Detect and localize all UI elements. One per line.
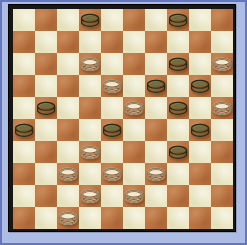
- dark-square[interactable]: ⛂: [79, 53, 101, 75]
- white-man[interactable]: ⛂: [80, 51, 100, 75]
- dark-square[interactable]: [123, 141, 145, 163]
- light-square: [145, 97, 167, 119]
- dark-square[interactable]: ⛂: [101, 163, 123, 185]
- light-square: [211, 207, 233, 229]
- white-man[interactable]: ⛂: [212, 95, 232, 119]
- black-man[interactable]: ⛂: [146, 73, 166, 97]
- light-square: [101, 9, 123, 31]
- dark-square[interactable]: [35, 9, 57, 31]
- white-man[interactable]: ⛂: [58, 205, 78, 229]
- white-man[interactable]: ⛂: [124, 95, 144, 119]
- light-square: [101, 185, 123, 207]
- dark-square[interactable]: ⛂: [167, 141, 189, 163]
- light-square: [189, 9, 211, 31]
- dark-square[interactable]: [35, 185, 57, 207]
- dark-square[interactable]: [57, 119, 79, 141]
- dark-square[interactable]: [35, 53, 57, 75]
- dark-square[interactable]: ⛂: [79, 9, 101, 31]
- light-square: [167, 207, 189, 229]
- light-square: [13, 185, 35, 207]
- light-square: [123, 119, 145, 141]
- dark-square[interactable]: [13, 75, 35, 97]
- dark-square[interactable]: ⛂: [101, 119, 123, 141]
- dark-square[interactable]: [189, 163, 211, 185]
- white-man[interactable]: ⛂: [124, 183, 144, 207]
- dark-square[interactable]: ⛂: [101, 75, 123, 97]
- dark-square[interactable]: ⛂: [167, 9, 189, 31]
- black-man[interactable]: ⛂: [168, 139, 188, 163]
- light-square: [189, 141, 211, 163]
- light-square: [211, 119, 233, 141]
- dark-square[interactable]: [13, 207, 35, 229]
- light-square: [145, 9, 167, 31]
- black-man[interactable]: ⛂: [36, 95, 56, 119]
- black-man[interactable]: ⛂: [14, 117, 34, 141]
- light-square: [35, 31, 57, 53]
- dark-square[interactable]: [13, 31, 35, 53]
- dark-square[interactable]: ⛂: [211, 97, 233, 119]
- dark-square[interactable]: [13, 163, 35, 185]
- dark-square[interactable]: ⛂: [167, 53, 189, 75]
- dark-square[interactable]: [189, 207, 211, 229]
- dark-square[interactable]: [101, 207, 123, 229]
- black-man[interactable]: ⛂: [190, 117, 210, 141]
- black-man[interactable]: ⛂: [102, 117, 122, 141]
- black-man[interactable]: ⛂: [80, 7, 100, 31]
- black-man[interactable]: ⛂: [168, 95, 188, 119]
- light-square: [57, 97, 79, 119]
- light-square: [123, 31, 145, 53]
- dark-square[interactable]: [57, 75, 79, 97]
- dark-square[interactable]: ⛂: [189, 119, 211, 141]
- dark-square[interactable]: [145, 207, 167, 229]
- light-square: [79, 75, 101, 97]
- white-man[interactable]: ⛂: [102, 73, 122, 97]
- dark-square[interactable]: [189, 31, 211, 53]
- dark-square[interactable]: [35, 141, 57, 163]
- dark-square[interactable]: ⛂: [79, 185, 101, 207]
- light-square: [35, 163, 57, 185]
- dark-square[interactable]: ⛂: [123, 97, 145, 119]
- light-square: [13, 9, 35, 31]
- light-square: [145, 185, 167, 207]
- dark-square[interactable]: ⛂: [211, 53, 233, 75]
- white-man[interactable]: ⛂: [80, 139, 100, 163]
- light-square: [57, 53, 79, 75]
- white-man[interactable]: ⛂: [58, 161, 78, 185]
- light-square: [35, 119, 57, 141]
- white-man[interactable]: ⛂: [102, 161, 122, 185]
- dark-square[interactable]: [145, 31, 167, 53]
- dark-square[interactable]: ⛂: [79, 141, 101, 163]
- light-square: [211, 163, 233, 185]
- dark-square[interactable]: [145, 119, 167, 141]
- dark-square[interactable]: [79, 97, 101, 119]
- dark-square[interactable]: [123, 9, 145, 31]
- board-frame: ⛂⛂⛂⛂⛂⛂⛂⛂⛂⛂⛂⛂⛂⛂⛂⛂⛂⛂⛂⛂⛂⛂⛂: [8, 4, 236, 232]
- dark-square[interactable]: ⛂: [145, 163, 167, 185]
- light-square: [13, 53, 35, 75]
- light-square: [79, 207, 101, 229]
- black-man[interactable]: ⛂: [168, 51, 188, 75]
- dark-square[interactable]: [211, 185, 233, 207]
- light-square: [57, 9, 79, 31]
- white-man[interactable]: ⛂: [212, 51, 232, 75]
- dark-square[interactable]: [123, 53, 145, 75]
- dark-square[interactable]: [167, 185, 189, 207]
- black-man[interactable]: ⛂: [190, 73, 210, 97]
- light-square: [167, 163, 189, 185]
- board: ⛂⛂⛂⛂⛂⛂⛂⛂⛂⛂⛂⛂⛂⛂⛂⛂⛂⛂⛂⛂⛂⛂⛂: [13, 9, 233, 229]
- black-man[interactable]: ⛂: [168, 7, 188, 31]
- dark-square[interactable]: ⛂: [57, 207, 79, 229]
- white-man[interactable]: ⛂: [146, 161, 166, 185]
- dark-square[interactable]: [211, 141, 233, 163]
- checkers-app-window: ⛂⛂⛂⛂⛂⛂⛂⛂⛂⛂⛂⛂⛂⛂⛂⛂⛂⛂⛂⛂⛂⛂⛂: [0, 0, 247, 245]
- dark-square[interactable]: ⛂: [57, 163, 79, 185]
- dark-square[interactable]: ⛂: [123, 185, 145, 207]
- light-square: [35, 207, 57, 229]
- dark-square[interactable]: [57, 31, 79, 53]
- dark-square[interactable]: [211, 9, 233, 31]
- light-square: [123, 207, 145, 229]
- light-square: [13, 141, 35, 163]
- dark-square[interactable]: [101, 31, 123, 53]
- dark-square[interactable]: ⛂: [13, 119, 35, 141]
- white-man[interactable]: ⛂: [80, 183, 100, 207]
- dark-square[interactable]: ⛂: [189, 75, 211, 97]
- dark-square[interactable]: ⛂: [145, 75, 167, 97]
- dark-square[interactable]: ⛂: [167, 97, 189, 119]
- dark-square[interactable]: ⛂: [35, 97, 57, 119]
- light-square: [189, 185, 211, 207]
